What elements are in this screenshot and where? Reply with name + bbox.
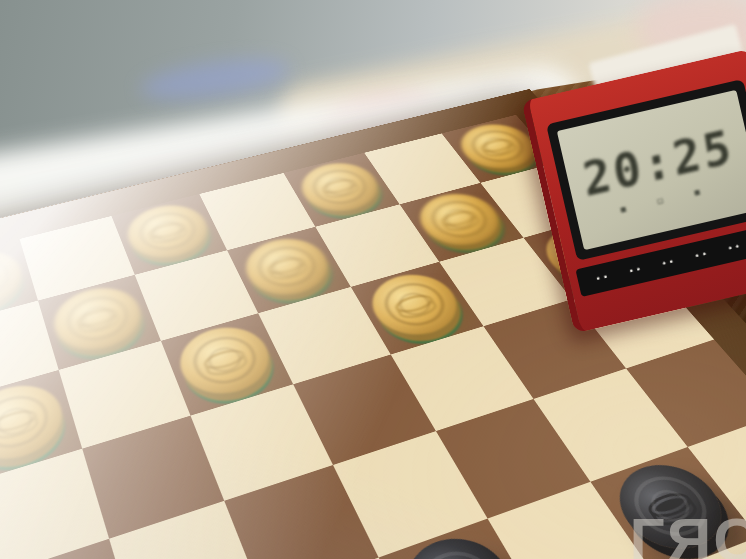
square: ⛂ [379,518,547,559]
square [0,538,140,559]
clock-button-icon: •• [628,264,644,277]
white-checker: ⛀ [120,198,217,266]
clock-lcd: 20:25 ▪ ▫ ▪ [557,90,746,250]
clock-button-icon: •• [694,248,710,261]
watermark-text: ГЯС [630,504,746,559]
square [224,465,378,559]
clock-button-icon: •• [595,271,611,284]
clock-lcd-bezel: 20:25 ▪ ▫ ▪ [546,79,746,261]
square [109,500,263,559]
clock-button-icon: •• [661,256,677,269]
black-checker: ⛂ [390,525,531,559]
clock-button-icon: •• [726,241,742,254]
tournament-photo: ⛀⛀⛀⛀⛀⛀⛀⛀⛀⛀⛀⛀⛂⛂⛂⛂⛂⛂⛂⛂⛂⛂⛂⛂ 20:25 ▪ ▫ ▪ •••… [0,0,746,559]
